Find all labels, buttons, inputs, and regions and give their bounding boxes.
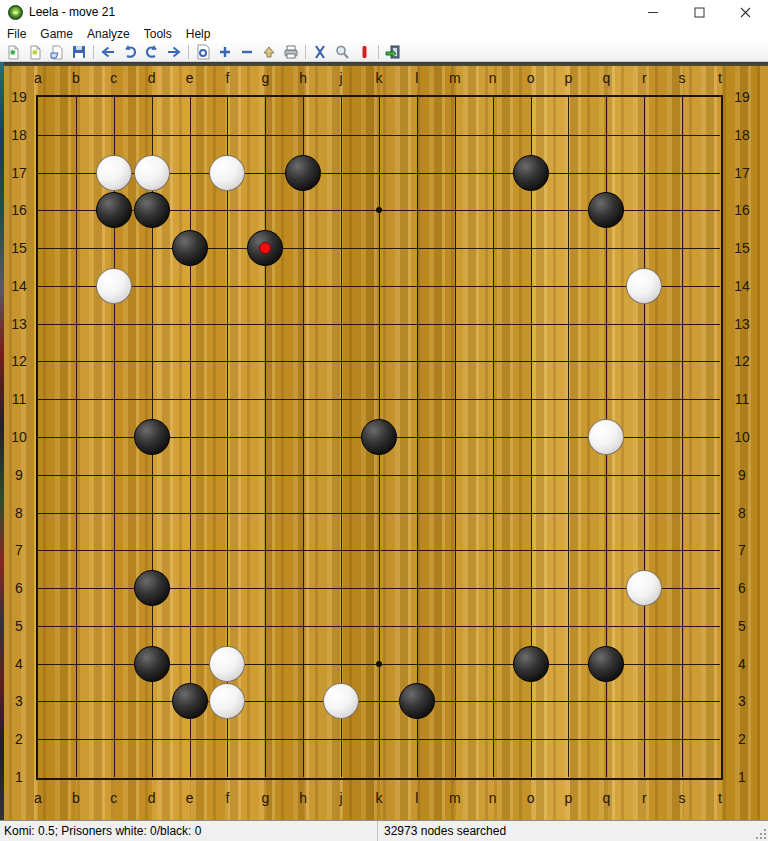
- score-icon[interactable]: [192, 44, 214, 61]
- black-stone-d4[interactable]: [134, 646, 170, 682]
- coord-row-left-16: 16: [6, 201, 32, 219]
- grid-line-horizontal: [38, 513, 720, 514]
- coord-col-bottom-g: g: [255, 788, 275, 808]
- coord-row-right-3: 3: [729, 692, 755, 710]
- coord-row-right-16: 16: [729, 201, 755, 219]
- search-icon[interactable]: [331, 44, 353, 61]
- grid-line-vertical: [493, 97, 494, 777]
- coord-row-left-7: 7: [6, 541, 32, 559]
- coord-row-right-12: 12: [729, 352, 755, 370]
- coord-col-top-t: t: [710, 68, 730, 88]
- coord-row-left-6: 6: [6, 579, 32, 597]
- black-stone-o17[interactable]: [513, 155, 549, 191]
- black-stone-d16[interactable]: [134, 192, 170, 228]
- coord-col-top-m: m: [445, 68, 465, 88]
- coord-row-left-13: 13: [6, 315, 32, 333]
- exit-icon[interactable]: [382, 44, 404, 61]
- coord-col-top-l: l: [407, 68, 427, 88]
- coord-row-right-9: 9: [729, 466, 755, 484]
- white-stone-r14[interactable]: [626, 268, 662, 304]
- coord-col-bottom-o: o: [521, 788, 541, 808]
- window-controls: [630, 0, 768, 24]
- coord-col-top-c: c: [104, 68, 124, 88]
- coord-row-left-8: 8: [6, 504, 32, 522]
- grid-line-vertical: [682, 97, 683, 777]
- coord-col-top-p: p: [558, 68, 578, 88]
- coord-row-right-19: 19: [729, 88, 755, 106]
- coord-row-right-5: 5: [729, 617, 755, 635]
- toolbar: [0, 43, 768, 62]
- coord-row-left-12: 12: [6, 352, 32, 370]
- coord-row-left-1: 1: [6, 768, 32, 786]
- coord-col-top-b: b: [66, 68, 86, 88]
- open-icon[interactable]: [46, 44, 68, 61]
- title-bar: Leela - move 21: [0, 0, 768, 24]
- coord-row-right-17: 17: [729, 164, 755, 182]
- status-bar: Komi: 0.5; Prisoners white: 0/black: 0 3…: [0, 820, 768, 841]
- white-stone-c14[interactable]: [96, 268, 132, 304]
- coord-row-right-14: 14: [729, 277, 755, 295]
- black-stone-d6[interactable]: [134, 570, 170, 606]
- white-stone-c17[interactable]: [96, 155, 132, 191]
- plus-icon[interactable]: [214, 44, 236, 61]
- status-komi-prisoners: Komi: 0.5; Prisoners white: 0/black: 0: [0, 821, 378, 841]
- coord-row-right-6: 6: [729, 579, 755, 597]
- status-nodes-searched: 32973 nodes searched: [378, 821, 768, 841]
- grid-line-horizontal: [38, 626, 720, 627]
- coord-row-right-11: 11: [729, 390, 755, 408]
- coord-col-top-o: o: [521, 68, 541, 88]
- star-point-k4: [376, 661, 382, 667]
- clear-analysis-icon[interactable]: [309, 44, 331, 61]
- coord-col-top-d: d: [142, 68, 162, 88]
- undo-icon[interactable]: [119, 44, 141, 61]
- coord-row-left-17: 17: [6, 164, 32, 182]
- menu-file[interactable]: File: [0, 25, 33, 43]
- desktop-sliver: [0, 62, 4, 820]
- coord-row-right-15: 15: [729, 239, 755, 257]
- white-stone-d17[interactable]: [134, 155, 170, 191]
- coord-col-bottom-b: b: [66, 788, 86, 808]
- toolbar-separator: [93, 45, 94, 59]
- toolbar-separator: [188, 45, 189, 59]
- coord-row-left-14: 14: [6, 277, 32, 295]
- grid-line-horizontal: [38, 475, 720, 476]
- coord-col-bottom-j: j: [331, 788, 351, 808]
- coord-col-bottom-s: s: [672, 788, 692, 808]
- coord-col-bottom-d: d: [142, 788, 162, 808]
- grid-line-horizontal: [38, 739, 720, 740]
- coord-row-right-2: 2: [729, 730, 755, 748]
- new-game-icon[interactable]: [2, 44, 24, 61]
- coord-col-top-n: n: [483, 68, 503, 88]
- grid-line-horizontal: [38, 701, 720, 702]
- minus-icon[interactable]: [236, 44, 258, 61]
- toolbar-separator: [378, 45, 379, 59]
- black-stone-e15[interactable]: [172, 230, 208, 266]
- coord-col-top-s: s: [672, 68, 692, 88]
- coord-col-top-h: h: [293, 68, 313, 88]
- go-board[interactable]: aabbccddeeffgghhjjkkllmmnnooppqqrrsstt19…: [0, 62, 768, 820]
- redo-icon[interactable]: [141, 44, 163, 61]
- coord-row-right-10: 10: [729, 428, 755, 446]
- coord-col-bottom-c: c: [104, 788, 124, 808]
- coord-row-left-19: 19: [6, 88, 32, 106]
- coord-col-top-q: q: [596, 68, 616, 88]
- black-stone-k10[interactable]: [361, 419, 397, 455]
- app-icon: [8, 5, 23, 20]
- coord-row-left-2: 2: [6, 730, 32, 748]
- menu-analyze[interactable]: Analyze: [80, 25, 137, 43]
- coord-row-right-1: 1: [729, 768, 755, 786]
- coord-col-top-j: j: [331, 68, 351, 88]
- coord-col-top-g: g: [255, 68, 275, 88]
- coord-col-bottom-p: p: [558, 788, 578, 808]
- new-window-icon[interactable]: [24, 44, 46, 61]
- last-move-marker: [259, 242, 271, 254]
- menu-tools[interactable]: Tools: [137, 25, 179, 43]
- coord-col-top-k: k: [369, 68, 389, 88]
- coord-col-bottom-t: t: [710, 788, 730, 808]
- white-stone-f4[interactable]: [209, 646, 245, 682]
- resize-grip-icon[interactable]: [755, 828, 767, 840]
- coord-row-left-3: 3: [6, 692, 32, 710]
- forward-icon[interactable]: [163, 44, 185, 61]
- coord-row-left-15: 15: [6, 239, 32, 257]
- grid-line-vertical: [644, 97, 645, 777]
- grid-line-vertical: [417, 97, 418, 777]
- menu-bar: FileGameAnalyzeToolsHelp: [0, 24, 768, 43]
- coord-row-left-10: 10: [6, 428, 32, 446]
- coord-row-left-4: 4: [6, 655, 32, 673]
- menu-game[interactable]: Game: [33, 25, 80, 43]
- coord-col-top-e: e: [180, 68, 200, 88]
- coord-col-bottom-e: e: [180, 788, 200, 808]
- coord-row-right-13: 13: [729, 315, 755, 333]
- coord-col-bottom-l: l: [407, 788, 427, 808]
- coord-row-right-18: 18: [729, 126, 755, 144]
- coord-row-right-4: 4: [729, 655, 755, 673]
- black-stone-d10[interactable]: [134, 419, 170, 455]
- coord-col-top-f: f: [217, 68, 237, 88]
- white-stone-f17[interactable]: [209, 155, 245, 191]
- save-icon[interactable]: [68, 44, 90, 61]
- grid-line-vertical: [568, 97, 569, 777]
- coord-col-top-r: r: [634, 68, 654, 88]
- black-stone-c16[interactable]: [96, 192, 132, 228]
- board-top-shade: [0, 62, 768, 66]
- black-stone-e3[interactable]: [172, 683, 208, 719]
- coord-row-left-11: 11: [6, 390, 32, 408]
- grid-line-horizontal: [38, 550, 720, 551]
- minimize-button[interactable]: [630, 0, 676, 24]
- window-title: Leela - move 21: [29, 5, 115, 19]
- coord-col-bottom-k: k: [369, 788, 389, 808]
- toolbar-separator: [305, 45, 306, 59]
- analysis-toggle-icon[interactable]: [353, 44, 375, 61]
- print-icon[interactable]: [280, 44, 302, 61]
- grid-line-vertical: [455, 97, 456, 777]
- close-button[interactable]: [722, 0, 768, 24]
- coord-row-right-7: 7: [729, 541, 755, 559]
- black-stone-h17[interactable]: [285, 155, 321, 191]
- black-stone-o4[interactable]: [513, 646, 549, 682]
- pass-icon[interactable]: [258, 44, 280, 61]
- coord-col-bottom-a: a: [28, 788, 48, 808]
- coord-row-right-8: 8: [729, 504, 755, 522]
- maximize-button[interactable]: [676, 0, 722, 24]
- coord-row-left-5: 5: [6, 617, 32, 635]
- black-stone-q4[interactable]: [588, 646, 624, 682]
- coord-col-bottom-n: n: [483, 788, 503, 808]
- coord-col-bottom-q: q: [596, 788, 616, 808]
- coord-col-bottom-r: r: [634, 788, 654, 808]
- menu-help[interactable]: Help: [179, 25, 218, 43]
- coord-col-bottom-f: f: [217, 788, 237, 808]
- coord-row-left-18: 18: [6, 126, 32, 144]
- coord-row-left-9: 9: [6, 466, 32, 484]
- coord-col-bottom-m: m: [445, 788, 465, 808]
- coord-col-top-a: a: [28, 68, 48, 88]
- coord-col-bottom-h: h: [293, 788, 313, 808]
- back-icon[interactable]: [97, 44, 119, 61]
